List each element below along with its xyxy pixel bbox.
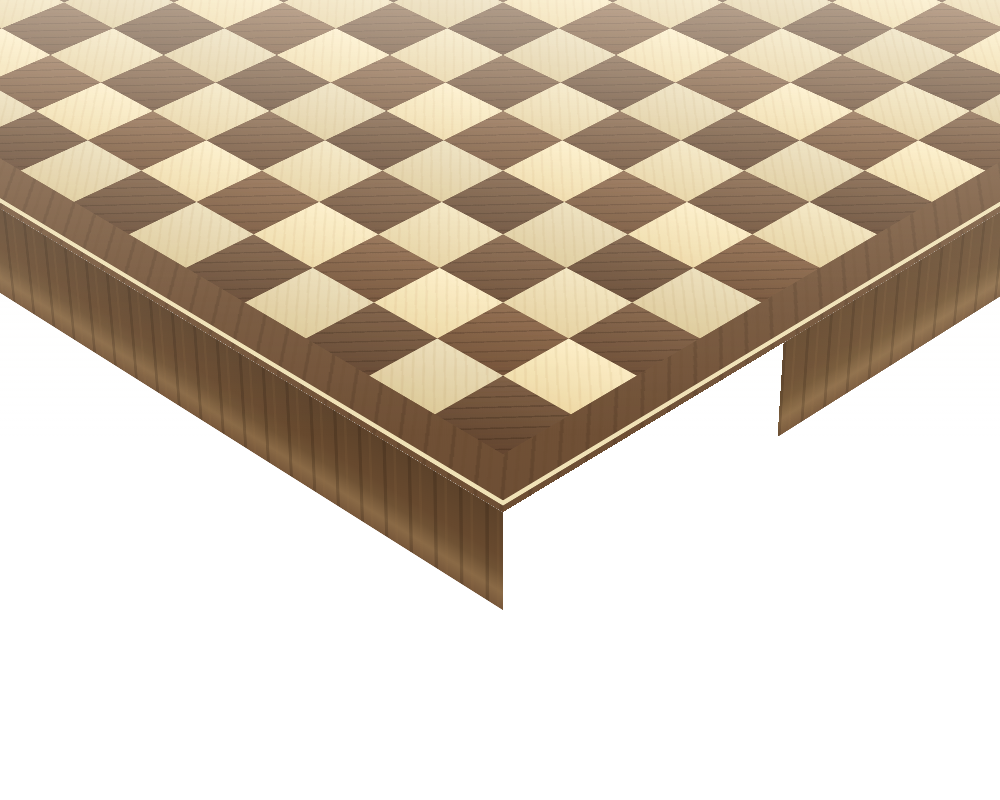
board-square: [0, 83, 36, 141]
board-square: [186, 234, 313, 302]
board-square: [0, 111, 88, 171]
chess-board: [0, 0, 1000, 512]
board-square: [435, 376, 571, 455]
playing-field: [0, 0, 1000, 454]
board-square: [21, 140, 142, 202]
board-square: [245, 268, 374, 339]
board-square: [306, 303, 437, 376]
board-square: [74, 171, 197, 235]
board-square: [129, 202, 254, 268]
board-square: [560, 55, 675, 111]
board-photo-background: [0, 0, 1000, 800]
board-square: [369, 338, 503, 414]
